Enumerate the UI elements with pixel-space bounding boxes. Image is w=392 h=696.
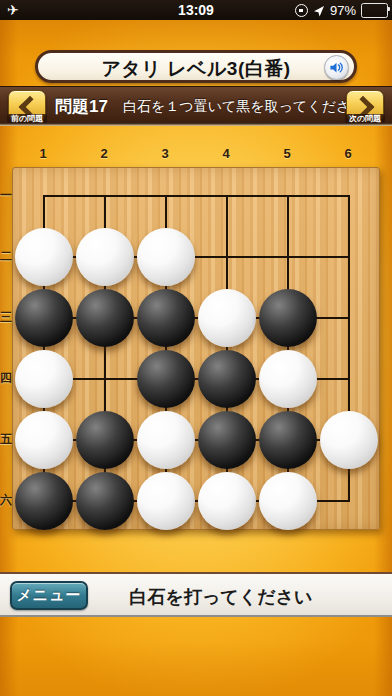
white-stone xyxy=(137,228,195,286)
white-stone xyxy=(320,411,378,469)
black-stone xyxy=(259,289,317,347)
bottom-bar: メニュー 白石を打ってください xyxy=(0,572,392,617)
black-stone xyxy=(137,289,195,347)
rotation-lock-icon xyxy=(295,4,308,17)
location-arrow-icon xyxy=(313,5,325,17)
white-stone xyxy=(198,472,256,530)
row-label: 六 xyxy=(0,492,12,509)
intersection-4二[interactable] xyxy=(197,227,258,288)
white-stone xyxy=(137,411,195,469)
intersection-2五[interactable] xyxy=(75,410,136,471)
intersection-1四[interactable] xyxy=(14,349,75,410)
black-stone xyxy=(137,350,195,408)
intersection-3六[interactable] xyxy=(136,471,197,532)
row-label: 四 xyxy=(0,370,12,387)
status-bar: ✈ 13:09 97% xyxy=(0,0,392,20)
question-bar: 前の問題 問題17 白石を１つ置いて黒を取ってください 次の問題 xyxy=(0,86,392,123)
black-stone xyxy=(259,411,317,469)
prev-problem-button[interactable]: 前の問題 xyxy=(8,90,46,122)
intersection-6五[interactable] xyxy=(319,410,380,471)
intersection-1五[interactable] xyxy=(14,410,75,471)
title-bar: アタリ レベル3(白番) xyxy=(35,50,357,83)
intersection-4六[interactable] xyxy=(197,471,258,532)
white-stone xyxy=(137,472,195,530)
intersection-6六[interactable] xyxy=(319,471,380,532)
white-stone xyxy=(15,228,73,286)
intersection-5一[interactable] xyxy=(258,166,319,227)
intersection-5四[interactable] xyxy=(258,349,319,410)
row-label: 三 xyxy=(0,309,12,326)
sound-button[interactable] xyxy=(324,55,349,80)
intersection-4三[interactable] xyxy=(197,288,258,349)
col-label: 2 xyxy=(92,146,116,161)
black-stone xyxy=(15,472,73,530)
intersection-3五[interactable] xyxy=(136,410,197,471)
intersection-3三[interactable] xyxy=(136,288,197,349)
intersection-4四[interactable] xyxy=(197,349,258,410)
intersection-3二[interactable] xyxy=(136,227,197,288)
go-board[interactable] xyxy=(12,167,380,530)
intersection-4五[interactable] xyxy=(197,410,258,471)
black-stone xyxy=(198,350,256,408)
intersection-6一[interactable] xyxy=(319,166,380,227)
intersection-1一[interactable] xyxy=(14,166,75,227)
intersection-2三[interactable] xyxy=(75,288,136,349)
white-stone xyxy=(76,228,134,286)
white-stone xyxy=(259,350,317,408)
intersection-5三[interactable] xyxy=(258,288,319,349)
problem-instruction: 白石を１つ置いて黒を取ってください xyxy=(123,98,365,116)
battery-icon xyxy=(361,3,388,18)
intersection-1二[interactable] xyxy=(14,227,75,288)
intersection-6二[interactable] xyxy=(319,227,380,288)
intersection-2一[interactable] xyxy=(75,166,136,227)
black-stone xyxy=(76,472,134,530)
black-stone xyxy=(198,411,256,469)
col-label: 5 xyxy=(275,146,299,161)
col-label: 4 xyxy=(214,146,238,161)
intersection-3一[interactable] xyxy=(136,166,197,227)
problem-number: 問題17 xyxy=(55,95,108,118)
intersection-1六[interactable] xyxy=(14,471,75,532)
col-label: 3 xyxy=(153,146,177,161)
intersection-6四[interactable] xyxy=(319,349,380,410)
intersection-2二[interactable] xyxy=(75,227,136,288)
intersection-5五[interactable] xyxy=(258,410,319,471)
intersection-2四[interactable] xyxy=(75,349,136,410)
next-problem-button[interactable]: 次の問題 xyxy=(346,90,384,122)
page-title: アタリ レベル3(白番) xyxy=(38,56,354,82)
next-problem-label: 次の問題 xyxy=(345,114,385,124)
white-stone xyxy=(259,472,317,530)
prev-problem-label: 前の問題 xyxy=(7,114,47,124)
intersection-3四[interactable] xyxy=(136,349,197,410)
white-stone xyxy=(15,350,73,408)
intersection-1三[interactable] xyxy=(14,288,75,349)
app-screen: ✈ 13:09 97% アタリ レベル3(白番) 前の問題 問題17 白石 xyxy=(0,0,392,696)
black-stone xyxy=(76,411,134,469)
white-stone xyxy=(198,289,256,347)
black-stone xyxy=(15,289,73,347)
battery-percent: 97% xyxy=(330,3,356,18)
white-stone xyxy=(15,411,73,469)
row-label: 一 xyxy=(0,187,12,204)
status-message: 白石を打ってください xyxy=(70,585,372,609)
row-label: 五 xyxy=(0,431,12,448)
col-label: 1 xyxy=(31,146,55,161)
intersection-5六[interactable] xyxy=(258,471,319,532)
intersection-5二[interactable] xyxy=(258,227,319,288)
black-stone xyxy=(76,289,134,347)
intersection-6三[interactable] xyxy=(319,288,380,349)
row-label: 二 xyxy=(0,248,12,265)
intersection-4一[interactable] xyxy=(197,166,258,227)
speaker-icon xyxy=(329,60,344,75)
col-label: 6 xyxy=(336,146,360,161)
intersection-2六[interactable] xyxy=(75,471,136,532)
